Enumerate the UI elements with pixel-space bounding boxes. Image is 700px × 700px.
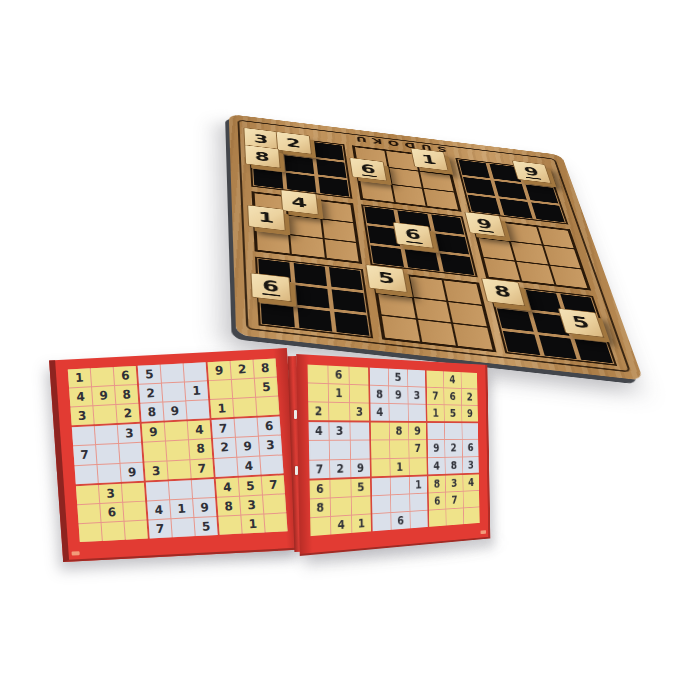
tile-digit: 5 (570, 314, 592, 332)
page-cell: 8 (254, 359, 277, 378)
page-cell: 9 (409, 423, 427, 440)
puzzle-booklet: 1649832521899285137994837762934364197545… (48, 338, 568, 588)
page-cell (331, 497, 351, 516)
page-cell: 2 (445, 440, 462, 456)
page-cell (372, 513, 391, 531)
page-cell (390, 404, 408, 421)
page-cell: 1 (427, 405, 444, 422)
page-cell (408, 370, 426, 387)
page-cell: 7 (148, 519, 171, 538)
number-tile-8[interactable]: 8 (480, 278, 524, 307)
page-cell: 8 (115, 385, 138, 404)
page-cell: 7 (427, 388, 444, 405)
page-cell: 4 (309, 422, 330, 440)
page-cell (167, 460, 190, 479)
page-block: 762934 (212, 417, 284, 477)
page-cell: 5 (239, 476, 262, 495)
page-cell (79, 523, 102, 542)
page-block: 4762159 (427, 370, 478, 421)
page-cell (349, 367, 368, 385)
number-tile-1[interactable]: 1 (410, 148, 448, 171)
page-cell: 6 (310, 480, 330, 499)
page-cell: 9 (389, 386, 407, 403)
page-cell (218, 516, 241, 535)
page-cell (427, 370, 444, 387)
page-cell: 3 (118, 424, 141, 443)
page-cell: 3 (99, 484, 122, 503)
page-cell: 9 (193, 498, 216, 517)
number-tile-5[interactable]: 5 (365, 264, 407, 292)
page-cell (97, 463, 120, 482)
page-cell (391, 494, 409, 512)
page-cell (96, 444, 119, 463)
page-cell (125, 520, 148, 539)
page-cell: 1 (170, 499, 193, 518)
page-block: 92851 (208, 359, 280, 419)
page-block: 457831 (216, 475, 288, 535)
page-cell (91, 367, 114, 386)
left-page-number-mark (71, 551, 79, 555)
page-cell: 3 (330, 423, 350, 441)
page-cell: 6 (100, 503, 123, 522)
tile-digit: 8 (254, 149, 270, 163)
page-block: 41975 (146, 479, 218, 539)
page-cell: 1 (352, 514, 371, 533)
tile-digit: 6 (262, 277, 280, 296)
page-cell (446, 508, 463, 525)
page-cell (95, 425, 118, 444)
number-tile-6[interactable]: 6 (393, 222, 434, 248)
page-cell (214, 457, 237, 476)
page-cell: 6 (444, 388, 461, 404)
page-cell: 8 (310, 498, 330, 517)
page-cell (349, 385, 368, 403)
page-cell (371, 441, 390, 458)
page-block: 65841 (310, 478, 371, 536)
page-cell (260, 455, 283, 474)
page-cell: 7 (446, 491, 463, 508)
page-cell (408, 405, 426, 422)
page-cell (186, 400, 209, 419)
page-cell: 7 (262, 475, 285, 494)
page-cell (235, 418, 258, 437)
page-cell: 9 (163, 402, 186, 421)
page-block: 379 (72, 424, 144, 484)
page-cell (308, 384, 329, 402)
page-cell (372, 495, 391, 513)
tile-digit: 6 (404, 227, 423, 244)
page-cell (350, 423, 369, 440)
page-cell: 1 (391, 458, 409, 475)
page-cell: 9 (428, 440, 445, 456)
tile-digit: 1 (421, 153, 438, 167)
page-cell: 6 (462, 440, 478, 456)
page-cell: 8 (217, 496, 240, 515)
right-page-sudoku-grid: 6123589344762159437298971926483658411683… (308, 365, 480, 537)
page-cell (371, 459, 390, 477)
page-cell (331, 479, 351, 497)
page-cell (370, 368, 389, 386)
page-cell: 9 (92, 386, 115, 405)
page-cell (256, 397, 279, 416)
tile-digit: 4 (291, 195, 308, 210)
page-cell (72, 427, 95, 446)
page-cell: 4 (216, 477, 239, 496)
page-cell: 7 (73, 446, 96, 465)
page-cell: 4 (188, 420, 211, 439)
page-cell (232, 379, 255, 398)
page-cell (263, 494, 286, 513)
page-cell: 9 (236, 437, 259, 456)
tile-digit: 5 (377, 270, 396, 287)
page-block: 8971 (371, 423, 427, 476)
page-cell (166, 441, 189, 460)
page-cell: 9 (120, 462, 143, 481)
page-cell (309, 441, 330, 459)
page-cell: 1 (329, 384, 349, 402)
page-cell: 2 (308, 402, 329, 420)
page-block: 83467 (428, 474, 479, 527)
page-cell: 6 (258, 417, 281, 436)
page-cell (143, 442, 166, 461)
page-cell: 3 (408, 387, 426, 404)
page-cell: 4 (463, 474, 479, 490)
page-cell: 1 (210, 399, 233, 418)
page-cell (371, 423, 390, 440)
page-cell: 8 (428, 475, 445, 492)
page-cell: 4 (370, 404, 389, 421)
page-cell (409, 458, 427, 475)
page-cell (102, 522, 125, 541)
page-cell (171, 518, 194, 537)
page-cell: 1 (241, 514, 264, 533)
page-cell (445, 423, 462, 439)
page-cell (462, 423, 478, 439)
page-cell: 2 (231, 360, 254, 379)
page-cell: 9 (208, 361, 231, 380)
page-cell (350, 441, 369, 459)
page-cell: 5 (255, 378, 278, 397)
page-cell (390, 441, 408, 458)
page-cell (209, 380, 232, 399)
number-tile-8[interactable]: 8 (244, 145, 280, 169)
page-cell: 3 (350, 403, 369, 421)
page-cell (410, 511, 428, 529)
page-cell: 8 (189, 440, 212, 459)
page-cell (233, 398, 256, 417)
left-page-sudoku-grid: 1649832521899285137994837762934364197545… (68, 359, 288, 542)
page-cell: 6 (392, 512, 410, 530)
page-cell (351, 496, 370, 514)
page-cell: 3 (446, 475, 463, 492)
page-cell (410, 493, 428, 510)
page-cell: 9 (142, 423, 165, 442)
number-tile-6[interactable]: 6 (349, 158, 387, 182)
page-cell: 4 (69, 387, 92, 406)
page-block: 926483 (427, 423, 478, 474)
page-cell (310, 517, 330, 536)
page-cell: 3 (240, 495, 263, 514)
page-cell: 3 (259, 436, 282, 455)
page-cell (119, 443, 142, 462)
tile-digit: 2 (285, 136, 301, 150)
number-tile-4[interactable]: 4 (280, 190, 318, 216)
tile-digit: 1 (258, 210, 275, 226)
page-cell (93, 405, 116, 424)
page-block: 16 (372, 476, 428, 531)
page-cell (75, 465, 98, 484)
page-cell (165, 422, 188, 441)
page-cell: 8 (140, 403, 163, 422)
page-cell: 5 (138, 365, 161, 384)
page-block: 1649832 (68, 366, 140, 426)
page-cell: 9 (462, 406, 478, 422)
page-cell (330, 441, 350, 459)
number-tile-2[interactable]: 2 (275, 132, 311, 155)
page-cell: 8 (390, 423, 408, 440)
page-cell (76, 485, 99, 504)
booklet-left-page: 1649832521899285137994837762934364197545… (49, 348, 301, 562)
page-cell (329, 403, 349, 421)
page-cell: 2 (330, 459, 350, 477)
page-cell (308, 365, 329, 384)
page-block: 52189 (138, 362, 210, 422)
page-cell (123, 501, 146, 520)
tile-digit: 9 (475, 216, 494, 233)
page-cell: 5 (194, 517, 217, 536)
page-cell (146, 481, 169, 500)
number-tile-1[interactable]: 1 (247, 205, 286, 231)
page-cell (169, 480, 192, 499)
tile-digit: 6 (360, 162, 377, 177)
page-cell (464, 507, 480, 524)
page-cell: 1 (68, 368, 91, 387)
page-cell: 2 (213, 438, 236, 457)
page-cell (161, 363, 184, 382)
tile-digit: 8 (492, 283, 512, 300)
number-tile-6[interactable]: 6 (250, 272, 291, 301)
page-cell (461, 372, 477, 388)
page-cell: 3 (144, 461, 167, 480)
page-cell: 7 (309, 460, 330, 478)
page-cell: 7 (409, 440, 427, 457)
page-cell: 4 (237, 456, 260, 475)
number-tile-9[interactable]: 9 (464, 212, 505, 238)
number-tile-5[interactable]: 5 (558, 308, 605, 338)
page-cell: 6 (329, 366, 349, 384)
page-cell (162, 383, 185, 402)
page-cell: 5 (351, 478, 370, 496)
tile-digit: 9 (522, 165, 541, 180)
page-cell: 4 (147, 500, 170, 519)
page-cell: 1 (410, 476, 428, 493)
page-cell (463, 491, 479, 508)
number-tile-9[interactable]: 9 (512, 161, 552, 184)
page-cell: 8 (446, 457, 463, 473)
page-cell: 5 (445, 405, 462, 421)
page-cell: 3 (463, 457, 479, 473)
page-cell (192, 479, 215, 498)
page-cell (429, 509, 446, 526)
page-cell: 8 (370, 386, 389, 404)
page-cell: 3 (70, 406, 93, 425)
tile-digit: 3 (253, 132, 268, 146)
page-cell: 2 (116, 404, 139, 423)
product-photo-scene: SUDOKU 32198649165865 164983252189928513… (0, 0, 700, 700)
page-cell: 4 (444, 371, 461, 388)
page-cell (122, 482, 145, 501)
page-block: 6123 (308, 365, 370, 421)
page-cell: 7 (212, 419, 235, 438)
page-cell (391, 477, 409, 495)
page-cell: 5 (389, 369, 407, 387)
page-block: 36 (76, 482, 148, 542)
page-cell (427, 423, 444, 439)
page-cell: 4 (428, 457, 445, 474)
page-cell: 7 (190, 459, 213, 478)
page-cell: 6 (114, 366, 137, 385)
page-cell (264, 513, 287, 532)
page-cell (77, 504, 100, 523)
page-cell: 2 (139, 384, 162, 403)
page-cell: 4 (331, 516, 351, 535)
right-page-number-mark (481, 530, 487, 534)
page-cell: 1 (185, 381, 208, 400)
booklet-right-page: 6123589344762159437298971926483658411683… (296, 354, 490, 556)
page-cell (184, 362, 207, 381)
page-cell (372, 477, 391, 495)
page-cell: 9 (351, 459, 370, 477)
page-block: 43729 (309, 422, 370, 478)
page-cell: 2 (461, 389, 477, 405)
page-block: 94837 (142, 420, 214, 480)
page-cell: 6 (429, 492, 446, 509)
page-block: 58934 (370, 368, 426, 422)
